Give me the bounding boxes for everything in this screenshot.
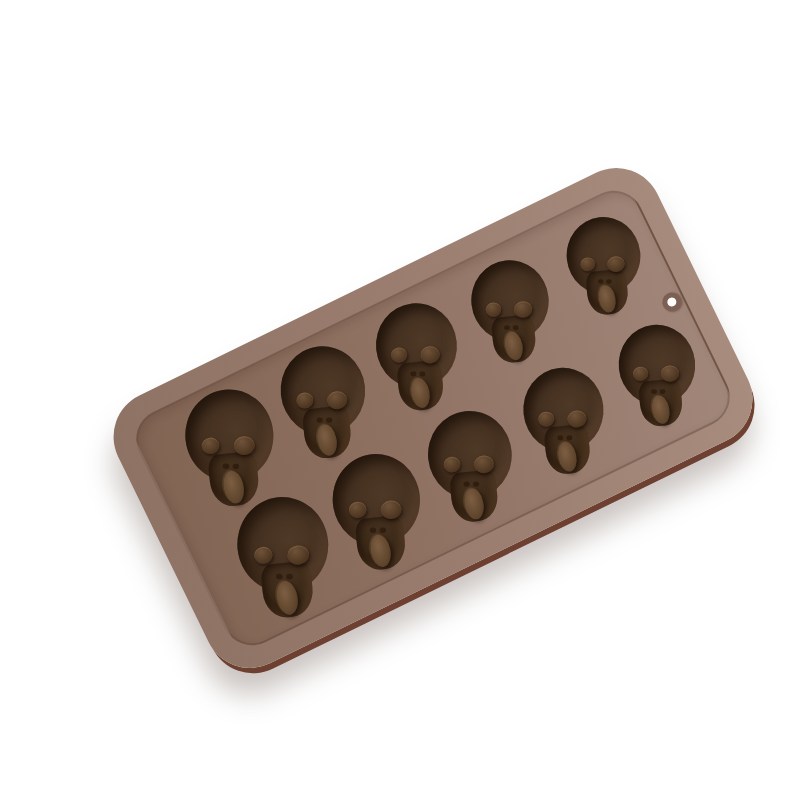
product-photo: Product photo of a brown skull-shaped si… [40, 16, 800, 800]
skull-cavity [422, 407, 522, 533]
cavity-grid [157, 191, 731, 638]
skull-cavity [517, 364, 612, 484]
skull-cavity [465, 256, 557, 372]
skull-cavity [370, 299, 466, 420]
photo-caption: Product photo of a brown skull-shaped si… [40, 16, 41, 17]
skull-cavity [274, 342, 374, 469]
mold-tray [98, 153, 768, 684]
skull-cavity [613, 321, 704, 436]
skull-cavity [561, 213, 649, 324]
